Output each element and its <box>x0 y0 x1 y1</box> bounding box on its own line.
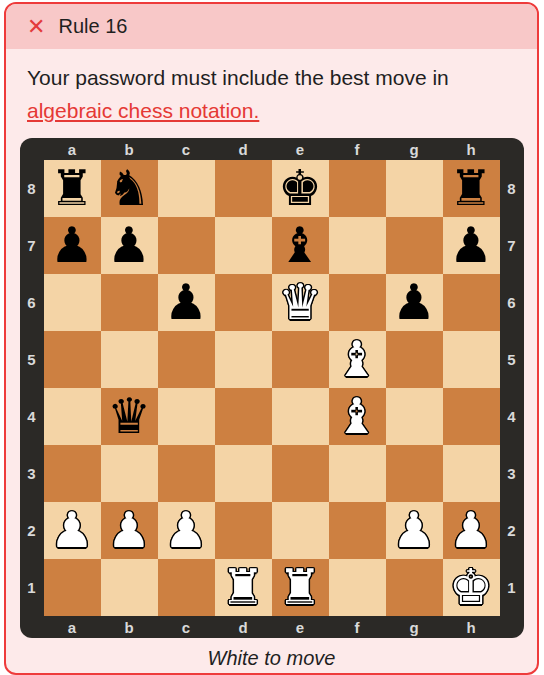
square-c3 <box>158 445 215 502</box>
square-d5 <box>215 331 272 388</box>
square-g3 <box>386 445 443 502</box>
square-h7: ♟ <box>443 217 500 274</box>
square-d4 <box>215 388 272 445</box>
square-g7 <box>386 217 443 274</box>
square-b7: ♟ <box>101 217 158 274</box>
square-b3 <box>101 445 158 502</box>
file-label-g-top: g <box>386 138 443 160</box>
piece-white-rook: ♜ <box>221 559 265 616</box>
square-g4 <box>386 388 443 445</box>
file-label-c-bottom: c <box>158 616 215 638</box>
square-a4 <box>44 388 101 445</box>
square-d7 <box>215 217 272 274</box>
square-g6: ♟ <box>386 274 443 331</box>
piece-white-king: ♚ <box>449 559 493 616</box>
rule-text-plain: Your password must include the best move… <box>27 66 449 89</box>
piece-white-pawn: ♟ <box>50 502 94 559</box>
square-b8: ♞ <box>101 160 158 217</box>
rule-header: ✕ Rule 16 <box>6 4 537 49</box>
square-e7: ♝ <box>272 217 329 274</box>
algebraic-notation-link[interactable]: algebraic chess notation. <box>27 99 259 122</box>
file-label-d-top: d <box>215 138 272 160</box>
square-f1 <box>329 559 386 616</box>
rule-card: ✕ Rule 16 Your password must include the… <box>4 2 539 675</box>
file-label-c-top: c <box>158 138 215 160</box>
square-f5: ♝ <box>329 331 386 388</box>
piece-black-king: ♚ <box>278 160 322 217</box>
square-a1 <box>44 559 101 616</box>
rank-label-6-left: 6 <box>20 274 44 331</box>
rule-text: Your password must include the best move… <box>6 49 537 127</box>
square-h3 <box>443 445 500 502</box>
square-d8 <box>215 160 272 217</box>
file-label-b-bottom: b <box>101 616 158 638</box>
rank-label-4-left: 4 <box>20 388 44 445</box>
file-label-g-bottom: g <box>386 616 443 638</box>
square-f8 <box>329 160 386 217</box>
file-label-e-bottom: e <box>272 616 329 638</box>
piece-black-pawn: ♟ <box>107 217 151 274</box>
board-caption: White to move <box>20 647 524 670</box>
square-b1 <box>101 559 158 616</box>
square-d3 <box>215 445 272 502</box>
square-b5 <box>101 331 158 388</box>
square-h1: ♚ <box>443 559 500 616</box>
piece-white-pawn: ♟ <box>449 502 493 559</box>
board-corner <box>20 616 44 638</box>
chess-board: abcdefgh8♜♞♚♜87♟♟♝♟76♟♛♟65♝54♛♝4332♟♟♟♟♟… <box>20 138 524 638</box>
square-c8 <box>158 160 215 217</box>
piece-white-bishop: ♝ <box>335 388 379 445</box>
piece-white-pawn: ♟ <box>164 502 208 559</box>
square-h5 <box>443 331 500 388</box>
piece-white-pawn: ♟ <box>392 502 436 559</box>
rank-label-3-left: 3 <box>20 445 44 502</box>
square-h6 <box>443 274 500 331</box>
file-label-d-bottom: d <box>215 616 272 638</box>
rank-label-5-right: 5 <box>500 331 524 388</box>
piece-black-rook: ♜ <box>50 160 94 217</box>
square-b2: ♟ <box>101 502 158 559</box>
piece-black-pawn: ♟ <box>164 274 208 331</box>
board-corner <box>20 138 44 160</box>
piece-white-bishop: ♝ <box>335 331 379 388</box>
square-a6 <box>44 274 101 331</box>
square-e4 <box>272 388 329 445</box>
rank-label-5-left: 5 <box>20 331 44 388</box>
square-f6 <box>329 274 386 331</box>
file-label-a-bottom: a <box>44 616 101 638</box>
piece-black-pawn: ♟ <box>50 217 94 274</box>
file-label-e-top: e <box>272 138 329 160</box>
piece-white-rook: ♜ <box>278 559 322 616</box>
square-g8 <box>386 160 443 217</box>
piece-black-bishop: ♝ <box>278 217 322 274</box>
square-c2: ♟ <box>158 502 215 559</box>
piece-black-pawn: ♟ <box>449 217 493 274</box>
square-a5 <box>44 331 101 388</box>
rank-label-6-right: 6 <box>500 274 524 331</box>
square-c7 <box>158 217 215 274</box>
square-h2: ♟ <box>443 502 500 559</box>
square-a7: ♟ <box>44 217 101 274</box>
square-e8: ♚ <box>272 160 329 217</box>
square-d6 <box>215 274 272 331</box>
rank-label-4-right: 4 <box>500 388 524 445</box>
square-c6: ♟ <box>158 274 215 331</box>
rule-title: Rule 16 <box>58 15 127 38</box>
square-d2 <box>215 502 272 559</box>
file-label-b-top: b <box>101 138 158 160</box>
square-e6: ♛ <box>272 274 329 331</box>
board-corner <box>500 616 524 638</box>
square-c4 <box>158 388 215 445</box>
file-label-a-top: a <box>44 138 101 160</box>
square-e1: ♜ <box>272 559 329 616</box>
file-label-f-top: f <box>329 138 386 160</box>
square-e3 <box>272 445 329 502</box>
piece-black-queen: ♛ <box>107 388 151 445</box>
piece-black-knight: ♞ <box>107 160 151 217</box>
rule-failed-x-icon: ✕ <box>27 16 45 38</box>
square-c1 <box>158 559 215 616</box>
rank-label-3-right: 3 <box>500 445 524 502</box>
rank-label-1-right: 1 <box>500 559 524 616</box>
piece-white-pawn: ♟ <box>107 502 151 559</box>
square-f3 <box>329 445 386 502</box>
square-f4: ♝ <box>329 388 386 445</box>
square-f7 <box>329 217 386 274</box>
piece-black-rook: ♜ <box>449 160 493 217</box>
square-b4: ♛ <box>101 388 158 445</box>
square-c5 <box>158 331 215 388</box>
file-label-h-bottom: h <box>443 616 500 638</box>
square-b6 <box>101 274 158 331</box>
square-e2 <box>272 502 329 559</box>
square-g5 <box>386 331 443 388</box>
square-f2 <box>329 502 386 559</box>
square-g2: ♟ <box>386 502 443 559</box>
piece-black-pawn: ♟ <box>392 274 436 331</box>
board-corner <box>500 138 524 160</box>
piece-white-queen: ♛ <box>278 274 322 331</box>
rank-label-7-right: 7 <box>500 217 524 274</box>
rank-label-2-left: 2 <box>20 502 44 559</box>
rank-label-7-left: 7 <box>20 217 44 274</box>
rank-label-2-right: 2 <box>500 502 524 559</box>
square-h4 <box>443 388 500 445</box>
rank-label-8-left: 8 <box>20 160 44 217</box>
square-a8: ♜ <box>44 160 101 217</box>
chess-board-container: abcdefgh8♜♞♚♜87♟♟♝♟76♟♛♟65♝54♛♝4332♟♟♟♟♟… <box>20 138 524 670</box>
square-h8: ♜ <box>443 160 500 217</box>
rank-label-1-left: 1 <box>20 559 44 616</box>
rank-label-8-right: 8 <box>500 160 524 217</box>
file-label-f-bottom: f <box>329 616 386 638</box>
file-label-h-top: h <box>443 138 500 160</box>
square-a3 <box>44 445 101 502</box>
square-d1: ♜ <box>215 559 272 616</box>
square-a2: ♟ <box>44 502 101 559</box>
square-e5 <box>272 331 329 388</box>
square-g1 <box>386 559 443 616</box>
